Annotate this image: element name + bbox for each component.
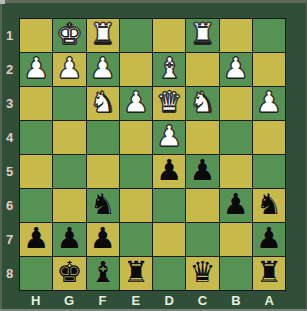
file-labels: HGFEDCBA	[19, 292, 286, 309]
piece-white-rook[interactable]: ♜	[189, 20, 215, 49]
square-c6[interactable]	[186, 189, 218, 222]
square-b5[interactable]	[220, 155, 252, 188]
square-h2[interactable]: ♟	[20, 53, 52, 86]
square-h4[interactable]	[20, 121, 52, 154]
piece-white-queen[interactable]: ♛	[156, 88, 182, 117]
chess-app-window: 12345678 ♚♜♜♟♟♟♝♟♞♟♛♞♟♟♟♟♞♟♞♟♟♟♟♚♝♜♛♜ HG…	[0, 0, 307, 311]
square-f1[interactable]: ♜	[87, 19, 119, 52]
piece-white-knight[interactable]: ♞	[90, 88, 116, 117]
rank-label-1: 1	[0, 18, 19, 52]
window-corner-mark	[0, 0, 5, 4]
piece-black-knight[interactable]: ♞	[90, 190, 116, 219]
square-d8[interactable]	[153, 257, 185, 290]
square-f7[interactable]: ♟	[87, 223, 119, 256]
piece-white-pawn[interactable]: ♟	[223, 54, 249, 83]
square-g1[interactable]: ♚	[53, 19, 85, 52]
square-g6[interactable]	[53, 189, 85, 222]
piece-black-pawn[interactable]: ♟	[23, 224, 49, 253]
file-label-h: H	[19, 292, 52, 309]
piece-black-knight[interactable]: ♞	[256, 190, 282, 219]
square-h7[interactable]: ♟	[20, 223, 52, 256]
square-g8[interactable]: ♚	[53, 257, 85, 290]
square-c4[interactable]	[186, 121, 218, 154]
rank-label-8: 8	[0, 257, 19, 291]
piece-white-king[interactable]: ♚	[56, 20, 82, 49]
square-a5[interactable]	[253, 155, 285, 188]
file-label-f: F	[86, 292, 119, 309]
square-e8[interactable]: ♜	[120, 257, 152, 290]
square-a8[interactable]: ♜	[253, 257, 285, 290]
square-g7[interactable]: ♟	[53, 223, 85, 256]
piece-white-rook[interactable]: ♜	[90, 20, 116, 49]
square-h5[interactable]	[20, 155, 52, 188]
square-a2[interactable]	[253, 53, 285, 86]
square-d1[interactable]	[153, 19, 185, 52]
square-g2[interactable]: ♟	[53, 53, 85, 86]
square-b7[interactable]	[220, 223, 252, 256]
window-edge-top	[0, 0, 307, 3]
piece-black-rook[interactable]: ♜	[256, 258, 282, 287]
square-c8[interactable]: ♛	[186, 257, 218, 290]
window-edge-right	[306, 0, 307, 311]
square-g4[interactable]	[53, 121, 85, 154]
square-c7[interactable]	[186, 223, 218, 256]
piece-white-pawn[interactable]: ♟	[56, 54, 82, 83]
square-f5[interactable]	[87, 155, 119, 188]
piece-white-pawn[interactable]: ♟	[23, 54, 49, 83]
square-h1[interactable]	[20, 19, 52, 52]
file-label-b: B	[219, 292, 252, 309]
square-a3[interactable]: ♟	[253, 87, 285, 120]
file-label-c: C	[186, 292, 219, 309]
square-f2[interactable]: ♟	[87, 53, 119, 86]
piece-white-bishop[interactable]: ♝	[156, 54, 182, 83]
square-b6[interactable]: ♟	[220, 189, 252, 222]
square-h8[interactable]	[20, 257, 52, 290]
square-g5[interactable]	[53, 155, 85, 188]
rank-label-7: 7	[0, 223, 19, 257]
square-a1[interactable]	[253, 19, 285, 52]
square-e4[interactable]	[120, 121, 152, 154]
piece-black-queen[interactable]: ♛	[189, 258, 215, 287]
square-b2[interactable]: ♟	[220, 53, 252, 86]
square-h3[interactable]	[20, 87, 52, 120]
square-c5[interactable]: ♟	[186, 155, 218, 188]
piece-black-pawn[interactable]: ♟	[223, 190, 249, 219]
piece-black-bishop[interactable]: ♝	[90, 258, 116, 287]
square-c1[interactable]: ♜	[186, 19, 218, 52]
file-label-g: G	[52, 292, 85, 309]
square-c2[interactable]	[186, 53, 218, 86]
rank-label-4: 4	[0, 120, 19, 154]
square-h6[interactable]	[20, 189, 52, 222]
piece-black-pawn[interactable]: ♟	[256, 224, 282, 253]
square-d3[interactable]: ♛	[153, 87, 185, 120]
rank-labels: 12345678	[0, 18, 19, 291]
square-e3[interactable]: ♟	[120, 87, 152, 120]
rank-label-5: 5	[0, 155, 19, 189]
rank-label-2: 2	[0, 52, 19, 86]
square-b4[interactable]	[220, 121, 252, 154]
chess-board: ♚♜♜♟♟♟♝♟♞♟♛♞♟♟♟♟♞♟♞♟♟♟♟♚♝♜♛♜	[19, 18, 286, 291]
piece-white-knight[interactable]: ♞	[189, 88, 215, 117]
square-a6[interactable]: ♞	[253, 189, 285, 222]
square-b3[interactable]	[220, 87, 252, 120]
square-f4[interactable]	[87, 121, 119, 154]
square-e7[interactable]	[120, 223, 152, 256]
piece-black-pawn[interactable]: ♟	[189, 156, 215, 185]
piece-white-pawn[interactable]: ♟	[90, 54, 116, 83]
square-a7[interactable]: ♟	[253, 223, 285, 256]
rank-label-3: 3	[0, 86, 19, 120]
square-e1[interactable]	[120, 19, 152, 52]
square-e6[interactable]	[120, 189, 152, 222]
square-e2[interactable]	[120, 53, 152, 86]
rank-label-6: 6	[0, 189, 19, 223]
square-d5[interactable]: ♟	[153, 155, 185, 188]
square-d6[interactable]	[153, 189, 185, 222]
square-a4[interactable]	[253, 121, 285, 154]
square-d7[interactable]	[153, 223, 185, 256]
square-d4[interactable]: ♟	[153, 121, 185, 154]
piece-black-pawn[interactable]: ♟	[156, 156, 182, 185]
piece-black-pawn[interactable]: ♟	[56, 224, 82, 253]
piece-white-pawn[interactable]: ♟	[256, 88, 282, 117]
file-label-e: E	[119, 292, 152, 309]
piece-white-pawn[interactable]: ♟	[156, 122, 182, 151]
piece-black-rook[interactable]: ♜	[123, 258, 149, 287]
square-g3[interactable]	[53, 87, 85, 120]
piece-black-pawn[interactable]: ♟	[90, 224, 116, 253]
file-label-d: D	[153, 292, 186, 309]
file-label-a: A	[253, 292, 286, 309]
square-b8[interactable]	[220, 257, 252, 290]
square-c3[interactable]: ♞	[186, 87, 218, 120]
square-f8[interactable]: ♝	[87, 257, 119, 290]
piece-white-pawn[interactable]: ♟	[123, 88, 149, 117]
square-d2[interactable]: ♝	[153, 53, 185, 86]
square-e5[interactable]	[120, 155, 152, 188]
piece-black-king[interactable]: ♚	[56, 258, 82, 287]
square-f6[interactable]: ♞	[87, 189, 119, 222]
square-b1[interactable]	[220, 19, 252, 52]
square-f3[interactable]: ♞	[87, 87, 119, 120]
